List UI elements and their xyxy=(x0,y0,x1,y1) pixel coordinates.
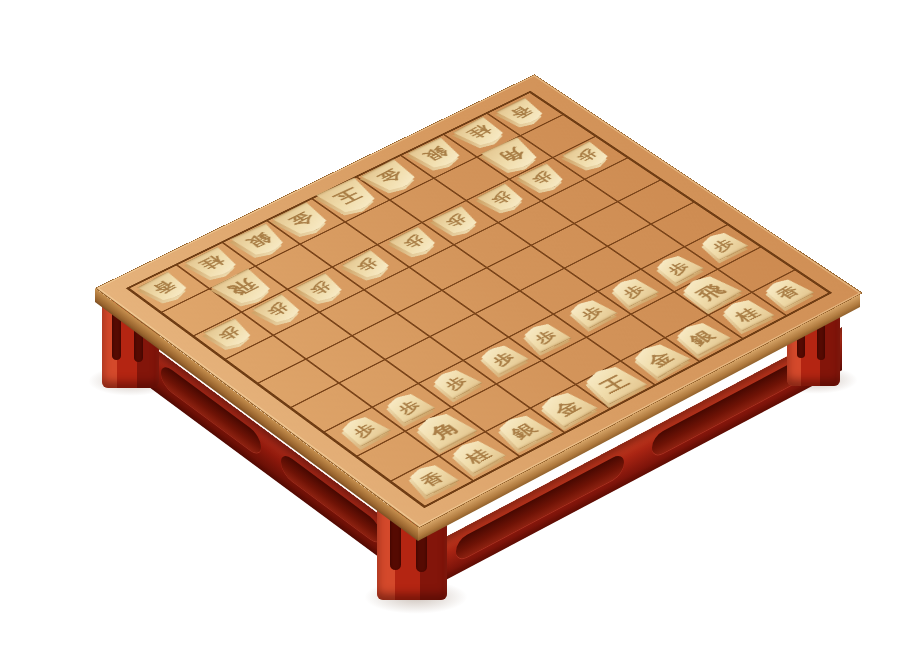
piece-kanji: 歩 xyxy=(263,301,292,318)
piece-kanji: 歩 xyxy=(489,350,518,367)
piece-kanji: 飛 xyxy=(693,282,728,303)
piece-kanji: 角 xyxy=(427,420,463,442)
piece-kanji: 金 xyxy=(374,167,406,186)
piece-kanji: 歩 xyxy=(307,280,335,297)
piece-kanji: 銀 xyxy=(686,328,718,347)
piece-kanji: 歩 xyxy=(215,325,243,342)
piece-kanji: 桂 xyxy=(465,123,495,140)
piece-kanji: 金 xyxy=(551,398,585,418)
piece-kanji: 歩 xyxy=(394,399,423,416)
piece-kanji: 玉 xyxy=(330,186,365,207)
piece-kanji: 王 xyxy=(596,373,633,395)
piece-kanji: 歩 xyxy=(709,237,737,253)
piece-kanji: 桂 xyxy=(732,305,763,323)
piece-kanji: 歩 xyxy=(442,213,470,229)
piece-kanji: 香 xyxy=(774,284,803,301)
piece-kanji: 銀 xyxy=(420,145,451,163)
shogi-board: 香桂銀金玉金銀桂香飛角歩歩歩歩歩歩歩歩歩歩歩歩歩歩歩歩歩歩角飛香桂銀金王金銀桂香 xyxy=(95,74,863,528)
piece-kanji: 歩 xyxy=(578,305,606,322)
piece-kanji: 香 xyxy=(149,278,178,295)
shogi-set-photo: 香桂銀金玉金銀桂香飛角歩歩歩歩歩歩歩歩歩歩歩歩歩歩歩歩歩歩角飛香桂銀金王金銀桂香 xyxy=(0,0,900,664)
piece-kanji: 香 xyxy=(507,104,535,120)
piece-kanji: 銀 xyxy=(508,421,541,441)
piece-kanji: 香 xyxy=(418,470,448,488)
piece-kanji: 歩 xyxy=(353,257,381,273)
piece-kanji: 歩 xyxy=(529,170,556,186)
piece-kanji: 飛 xyxy=(225,277,260,298)
piece-kanji: 歩 xyxy=(619,283,647,300)
piece-kanji: 歩 xyxy=(665,260,693,276)
piece-kanji: 歩 xyxy=(350,422,379,440)
piece-kanji: 歩 xyxy=(573,148,601,164)
piece-kanji: 歩 xyxy=(532,329,560,346)
piece-kanji: 銀 xyxy=(244,231,276,250)
piece-kanji: 歩 xyxy=(487,190,515,206)
piece-kanji: 桂 xyxy=(197,254,228,272)
piece-kanji: 角 xyxy=(495,145,528,164)
piece-kanji: 金 xyxy=(644,350,677,370)
piece-kanji: 歩 xyxy=(400,233,428,249)
piece-kanji: 桂 xyxy=(461,446,493,465)
piece-kanji: 金 xyxy=(286,210,319,229)
piece-kanji: 歩 xyxy=(442,374,471,391)
